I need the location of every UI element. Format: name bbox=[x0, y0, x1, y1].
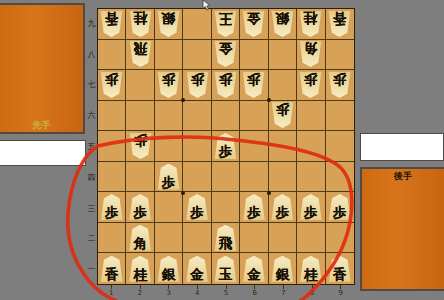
shogi-piece[interactable]: 歩 bbox=[129, 133, 152, 159]
shogi-piece[interactable]: 玉 bbox=[214, 256, 237, 282]
board-cell[interactable]: 歩 bbox=[155, 162, 183, 193]
shogi-piece[interactable]: 歩 bbox=[100, 194, 123, 220]
shogi-piece[interactable]: 歩 bbox=[328, 72, 351, 98]
board-cell[interactable]: 歩 bbox=[326, 192, 354, 223]
shogi-piece[interactable]: 歩 bbox=[299, 72, 322, 98]
shogi-piece[interactable]: 金 bbox=[242, 11, 265, 37]
board-cell[interactable]: 歩 bbox=[183, 70, 211, 101]
board-cell[interactable] bbox=[326, 101, 354, 132]
board-cell[interactable] bbox=[155, 131, 183, 162]
sente-label: 先手 bbox=[0, 119, 83, 132]
board-cell[interactable] bbox=[212, 101, 240, 132]
board-cell[interactable]: 銀 bbox=[269, 253, 297, 284]
shogi-piece[interactable]: 桂 bbox=[129, 11, 152, 37]
row-label: 四 bbox=[86, 162, 97, 193]
board-cell[interactable]: 歩 bbox=[183, 192, 211, 223]
sente-piece-tray: 先手 bbox=[0, 3, 85, 134]
board-cell[interactable] bbox=[326, 131, 354, 162]
shogi-piece[interactable]: 歩 bbox=[186, 194, 209, 220]
hoshi-point bbox=[267, 98, 271, 102]
shogi-piece[interactable]: 王 bbox=[214, 11, 237, 37]
shogi-piece[interactable]: 香 bbox=[100, 256, 123, 282]
column-label: 8 bbox=[298, 285, 327, 299]
board-cell[interactable] bbox=[326, 223, 354, 254]
row-label: 九 bbox=[86, 8, 97, 39]
board-cell[interactable] bbox=[297, 223, 325, 254]
board-cell[interactable]: 歩 bbox=[212, 70, 240, 101]
board-cell[interactable] bbox=[326, 40, 354, 71]
column-label: 6 bbox=[240, 285, 269, 299]
shogi-app-window: 九八七六五四三二一 香桂銀王金銀桂香飛金角歩歩歩歩歩歩歩歩歩歩歩歩歩歩歩歩歩歩角… bbox=[0, 0, 444, 300]
board-cell[interactable] bbox=[155, 40, 183, 71]
shogi-piece[interactable]: 歩 bbox=[186, 72, 209, 98]
board-cell[interactable]: 歩 bbox=[126, 192, 154, 223]
board-cell[interactable] bbox=[155, 223, 183, 254]
board-cell[interactable]: 歩 bbox=[269, 101, 297, 132]
shogi-piece[interactable]: 歩 bbox=[129, 194, 152, 220]
shogi-piece[interactable]: 飛 bbox=[214, 225, 237, 251]
board-cell[interactable] bbox=[240, 101, 268, 132]
board-cell[interactable]: 歩 bbox=[297, 70, 325, 101]
board-cell[interactable] bbox=[98, 223, 126, 254]
shogi-piece[interactable]: 銀 bbox=[157, 11, 180, 37]
board-cell[interactable] bbox=[183, 40, 211, 71]
board-cell[interactable] bbox=[269, 70, 297, 101]
column-label: 3 bbox=[154, 285, 183, 299]
board-cell[interactable] bbox=[297, 131, 325, 162]
board-cell[interactable] bbox=[240, 40, 268, 71]
column-labels: 123456789 bbox=[97, 285, 355, 299]
shogi-piece[interactable]: 歩 bbox=[242, 194, 265, 220]
gote-piece-tray: 後手 bbox=[360, 167, 444, 291]
shogi-piece[interactable]: 歩 bbox=[214, 72, 237, 98]
shogi-piece[interactable]: 金 bbox=[214, 41, 237, 67]
shogi-piece[interactable]: 金 bbox=[242, 256, 265, 282]
board-cell[interactable]: 金 bbox=[240, 9, 268, 40]
board-cell[interactable]: 飛 bbox=[126, 40, 154, 71]
shogi-piece[interactable]: 歩 bbox=[328, 194, 351, 220]
board-cell[interactable]: 香 bbox=[98, 253, 126, 284]
board-cell[interactable]: 桂 bbox=[126, 253, 154, 284]
board-cell[interactable] bbox=[126, 162, 154, 193]
board-cell[interactable] bbox=[183, 131, 211, 162]
board-cell[interactable] bbox=[269, 40, 297, 71]
board-cell[interactable] bbox=[183, 223, 211, 254]
shogi-piece[interactable]: 桂 bbox=[129, 256, 152, 282]
board-cell[interactable]: 金 bbox=[240, 253, 268, 284]
board-cell[interactable]: 王 bbox=[212, 9, 240, 40]
shogi-piece[interactable]: 角 bbox=[299, 41, 322, 67]
board-cell[interactable]: 桂 bbox=[297, 253, 325, 284]
board-cell[interactable]: 歩 bbox=[269, 192, 297, 223]
board-cell[interactable]: 桂 bbox=[126, 9, 154, 40]
board-cell[interactable] bbox=[240, 131, 268, 162]
sente-name-box bbox=[0, 140, 86, 166]
board-cell[interactable] bbox=[155, 192, 183, 223]
shogi-piece[interactable]: 歩 bbox=[299, 194, 322, 220]
row-label: 三 bbox=[86, 193, 97, 224]
board-cell[interactable] bbox=[297, 162, 325, 193]
shogi-piece[interactable]: 歩 bbox=[157, 72, 180, 98]
shogi-piece[interactable]: 歩 bbox=[271, 194, 294, 220]
board-cell[interactable] bbox=[126, 70, 154, 101]
board-cell[interactable]: 銀 bbox=[155, 253, 183, 284]
gote-label: 後手 bbox=[362, 170, 444, 183]
board-cell[interactable] bbox=[98, 131, 126, 162]
column-label: 1 bbox=[97, 285, 126, 299]
board-cell[interactable] bbox=[297, 101, 325, 132]
board-cell[interactable]: 桂 bbox=[297, 9, 325, 40]
shogi-piece[interactable]: 香 bbox=[328, 11, 351, 37]
board-cell[interactable] bbox=[126, 101, 154, 132]
board-cell[interactable] bbox=[98, 40, 126, 71]
column-label: 9 bbox=[326, 285, 355, 299]
shogi-piece[interactable]: 香 bbox=[328, 256, 351, 282]
shogi-piece[interactable]: 香 bbox=[100, 11, 123, 37]
board-cell[interactable]: 角 bbox=[297, 40, 325, 71]
board-cell[interactable]: 角 bbox=[126, 223, 154, 254]
board-cell[interactable] bbox=[240, 162, 268, 193]
board-cell[interactable] bbox=[183, 162, 211, 193]
board-cell[interactable] bbox=[183, 9, 211, 40]
row-label: 五 bbox=[86, 131, 97, 162]
shogi-piece[interactable]: 銀 bbox=[157, 256, 180, 282]
board-cell[interactable] bbox=[155, 101, 183, 132]
board-cell[interactable] bbox=[269, 131, 297, 162]
board-cell[interactable]: 香 bbox=[326, 9, 354, 40]
board-cell[interactable]: 歩 bbox=[240, 192, 268, 223]
board-cell[interactable] bbox=[98, 162, 126, 193]
board-cell[interactable]: 歩 bbox=[126, 131, 154, 162]
board-cell[interactable]: 銀 bbox=[269, 9, 297, 40]
board-cell[interactable]: 金 bbox=[183, 253, 211, 284]
board-cell[interactable]: 歩 bbox=[212, 131, 240, 162]
board-cell[interactable]: 歩 bbox=[98, 192, 126, 223]
column-label: 7 bbox=[269, 285, 298, 299]
row-labels: 九八七六五四三二一 bbox=[86, 8, 97, 285]
row-label: 二 bbox=[86, 223, 97, 254]
row-label: 七 bbox=[86, 70, 97, 101]
shogi-piece[interactable]: 飛 bbox=[129, 41, 152, 67]
board-cell[interactable] bbox=[240, 223, 268, 254]
board-cell[interactable]: 金 bbox=[212, 40, 240, 71]
board-cell[interactable]: 歩 bbox=[98, 70, 126, 101]
board-cell[interactable] bbox=[98, 101, 126, 132]
shogi-piece[interactable]: 銀 bbox=[271, 256, 294, 282]
shogi-piece[interactable]: 歩 bbox=[271, 102, 294, 128]
hoshi-point bbox=[181, 98, 185, 102]
shogi-piece[interactable]: 歩 bbox=[157, 164, 180, 190]
gote-name-box bbox=[360, 133, 444, 161]
board-cell[interactable]: 玉 bbox=[212, 253, 240, 284]
board-cell[interactable] bbox=[212, 162, 240, 193]
hoshi-point bbox=[181, 191, 185, 195]
board-cell[interactable] bbox=[269, 223, 297, 254]
board-cell[interactable] bbox=[212, 192, 240, 223]
board-cell[interactable]: 歩 bbox=[297, 192, 325, 223]
board-cell[interactable]: 香 bbox=[98, 9, 126, 40]
column-label: 2 bbox=[126, 285, 155, 299]
shogi-piece[interactable]: 銀 bbox=[271, 11, 294, 37]
shogi-piece[interactable]: 歩 bbox=[242, 72, 265, 98]
row-label: 一 bbox=[86, 254, 97, 285]
column-label: 4 bbox=[183, 285, 212, 299]
shogi-piece[interactable]: 桂 bbox=[299, 11, 322, 37]
board-cell[interactable]: 飛 bbox=[212, 223, 240, 254]
board-cell[interactable] bbox=[269, 162, 297, 193]
shogi-board[interactable]: 香桂銀王金銀桂香飛金角歩歩歩歩歩歩歩歩歩歩歩歩歩歩歩歩歩歩角飛香桂銀金玉金銀桂香 bbox=[97, 8, 355, 285]
shogi-piece[interactable]: 金 bbox=[186, 256, 209, 282]
shogi-piece[interactable]: 桂 bbox=[299, 256, 322, 282]
board-cell[interactable] bbox=[326, 162, 354, 193]
board-cell[interactable]: 銀 bbox=[155, 9, 183, 40]
board-cell[interactable] bbox=[183, 101, 211, 132]
row-label: 八 bbox=[86, 39, 97, 70]
hoshi-point bbox=[267, 191, 271, 195]
board-cell[interactable]: 香 bbox=[326, 253, 354, 284]
shogi-piece[interactable]: 歩 bbox=[100, 72, 123, 98]
shogi-piece[interactable]: 角 bbox=[129, 225, 152, 251]
shogi-piece[interactable]: 歩 bbox=[214, 133, 237, 159]
board-cell[interactable]: 歩 bbox=[240, 70, 268, 101]
board-cell[interactable]: 歩 bbox=[326, 70, 354, 101]
board-cell[interactable]: 歩 bbox=[155, 70, 183, 101]
row-label: 六 bbox=[86, 100, 97, 131]
column-label: 5 bbox=[212, 285, 241, 299]
